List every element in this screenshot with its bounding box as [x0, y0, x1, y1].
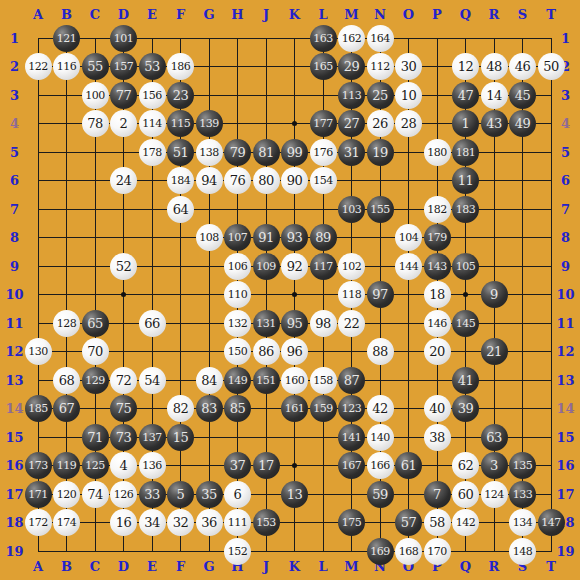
black-stone-L9: 117 — [310, 253, 337, 280]
black-stone-M2: 29 — [338, 53, 365, 80]
white-stone-P7: 182 — [424, 196, 451, 223]
white-stone-J6: 80 — [253, 167, 280, 194]
white-stone-L13: 158 — [310, 367, 337, 394]
intersection-P15: 38 — [423, 423, 452, 452]
intersection-F18: 32 — [166, 508, 195, 537]
white-stone-P15: 38 — [424, 424, 451, 451]
black-stone-F15: 15 — [167, 424, 194, 451]
intersection-F5: 51 — [166, 138, 195, 167]
intersection-B2: 116 — [52, 52, 81, 81]
intersection-S4: 49 — [508, 109, 537, 138]
black-stone-D1: 101 — [110, 25, 137, 52]
intersection-J9: 109 — [252, 252, 281, 281]
black-stone-J16: 17 — [253, 452, 280, 479]
intersection-M5: 31 — [337, 138, 366, 167]
black-stone-R12: 21 — [481, 338, 508, 365]
black-stone-F5: 51 — [167, 139, 194, 166]
intersection-L8: 89 — [309, 223, 338, 252]
white-stone-M9: 102 — [338, 253, 365, 280]
intersection-M15: 141 — [337, 423, 366, 452]
intersection-P18: 58 — [423, 508, 452, 537]
white-stone-G6: 94 — [196, 167, 223, 194]
intersection-L14: 159 — [309, 394, 338, 423]
white-stone-A12: 130 — [25, 338, 52, 365]
white-stone-F6: 184 — [167, 167, 194, 194]
black-stone-G17: 35 — [196, 481, 223, 508]
intersection-O8: 104 — [394, 223, 423, 252]
black-stone-J18: 153 — [253, 509, 280, 536]
intersection-M4: 27 — [337, 109, 366, 138]
intersection-M11: 22 — [337, 309, 366, 338]
intersection-Q14: 39 — [451, 394, 480, 423]
black-stone-D2: 157 — [110, 53, 137, 80]
black-stone-Q9: 105 — [452, 253, 479, 280]
black-stone-Q5: 181 — [452, 139, 479, 166]
intersection-B11: 128 — [52, 309, 81, 338]
intersection-H8: 107 — [223, 223, 252, 252]
black-stone-J13: 151 — [253, 367, 280, 394]
intersection-F2: 186 — [166, 52, 195, 81]
intersection-F6: 184 — [166, 166, 195, 195]
white-stone-D18: 16 — [110, 509, 137, 536]
white-stone-J12: 86 — [253, 338, 280, 365]
intersection-C15: 71 — [81, 423, 110, 452]
intersection-N3: 25 — [366, 81, 395, 110]
black-stone-E17: 33 — [139, 481, 166, 508]
black-stone-H14: 85 — [224, 395, 251, 422]
intersection-E3: 156 — [138, 81, 167, 110]
white-stone-Q16: 62 — [452, 452, 479, 479]
intersection-G13: 84 — [195, 366, 224, 395]
stones-layer: 1211011631621641221165515753186165291123… — [24, 24, 566, 566]
intersection-O18: 57 — [394, 508, 423, 537]
intersection-P8: 179 — [423, 223, 452, 252]
intersection-C12: 70 — [81, 337, 110, 366]
intersection-M14: 123 — [337, 394, 366, 423]
black-stone-S4: 49 — [509, 110, 536, 137]
white-stone-M1: 162 — [338, 25, 365, 52]
white-stone-G8: 108 — [196, 224, 223, 251]
intersection-G5: 138 — [195, 138, 224, 167]
black-stone-J8: 91 — [253, 224, 280, 251]
black-stone-G14: 83 — [196, 395, 223, 422]
intersection-T2: 50 — [537, 52, 566, 81]
white-stone-E13: 54 — [139, 367, 166, 394]
black-stone-H8: 107 — [224, 224, 251, 251]
intersection-Q11: 145 — [451, 309, 480, 338]
white-stone-D16: 4 — [110, 452, 137, 479]
black-stone-D14: 75 — [110, 395, 137, 422]
intersection-A2: 122 — [24, 52, 53, 81]
black-stone-L4: 177 — [310, 110, 337, 137]
intersection-S19: 148 — [508, 537, 537, 566]
black-stone-C11: 65 — [82, 310, 109, 337]
white-stone-H6: 76 — [224, 167, 251, 194]
black-stone-M18: 175 — [338, 509, 365, 536]
white-stone-G18: 36 — [196, 509, 223, 536]
intersection-Q9: 105 — [451, 252, 480, 281]
white-stone-E16: 136 — [139, 452, 166, 479]
intersection-D16: 4 — [109, 451, 138, 480]
white-stone-N2: 112 — [367, 53, 394, 80]
intersection-N12: 88 — [366, 337, 395, 366]
black-stone-M14: 123 — [338, 395, 365, 422]
intersection-L2: 165 — [309, 52, 338, 81]
black-stone-D3: 77 — [110, 82, 137, 109]
black-stone-P9: 143 — [424, 253, 451, 280]
intersection-Q16: 62 — [451, 451, 480, 480]
intersection-K17: 13 — [280, 480, 309, 509]
intersection-K12: 96 — [280, 337, 309, 366]
intersection-Q3: 47 — [451, 81, 480, 110]
go-board[interactable]: ABCDEFGHJKLMNOPQRST ABCDEFGHJKLMNOPQRST … — [0, 0, 580, 580]
white-stone-K9: 92 — [281, 253, 308, 280]
intersection-M13: 87 — [337, 366, 366, 395]
intersection-P14: 40 — [423, 394, 452, 423]
intersection-C4: 78 — [81, 109, 110, 138]
white-stone-F2: 186 — [167, 53, 194, 80]
intersection-C11: 65 — [81, 309, 110, 338]
intersection-N1: 164 — [366, 24, 395, 53]
intersection-M10: 118 — [337, 280, 366, 309]
intersection-D14: 75 — [109, 394, 138, 423]
intersection-O4: 28 — [394, 109, 423, 138]
intersection-H18: 111 — [223, 508, 252, 537]
intersection-A16: 173 — [24, 451, 53, 480]
intersection-C17: 74 — [81, 480, 110, 509]
intersection-C3: 100 — [81, 81, 110, 110]
intersection-J13: 151 — [252, 366, 281, 395]
black-stone-K8: 93 — [281, 224, 308, 251]
intersection-E4: 114 — [138, 109, 167, 138]
black-stone-H13: 149 — [224, 367, 251, 394]
white-stone-P5: 180 — [424, 139, 451, 166]
intersection-A14: 185 — [24, 394, 53, 423]
black-stone-A14: 185 — [25, 395, 52, 422]
intersection-H9: 106 — [223, 252, 252, 281]
intersection-Q2: 12 — [451, 52, 480, 81]
white-stone-D9: 52 — [110, 253, 137, 280]
intersection-R10: 9 — [480, 280, 509, 309]
intersection-L9: 117 — [309, 252, 338, 281]
black-stone-M4: 27 — [338, 110, 365, 137]
intersection-O3: 10 — [394, 81, 423, 110]
intersection-B1: 121 — [52, 24, 81, 53]
black-stone-P17: 7 — [424, 481, 451, 508]
white-stone-Q2: 12 — [452, 53, 479, 80]
black-stone-R10: 9 — [481, 281, 508, 308]
black-stone-N19: 169 — [367, 538, 394, 565]
white-stone-K6: 90 — [281, 167, 308, 194]
black-stone-C15: 71 — [82, 424, 109, 451]
intersection-B18: 174 — [52, 508, 81, 537]
intersection-R16: 3 — [480, 451, 509, 480]
intersection-M3: 113 — [337, 81, 366, 110]
white-stone-C17: 74 — [82, 481, 109, 508]
intersection-H19: 152 — [223, 537, 252, 566]
intersection-R17: 124 — [480, 480, 509, 509]
black-stone-K17: 13 — [281, 481, 308, 508]
intersection-K8: 93 — [280, 223, 309, 252]
black-stone-F3: 23 — [167, 82, 194, 109]
intersection-F7: 64 — [166, 195, 195, 224]
intersection-D2: 157 — [109, 52, 138, 81]
intersection-J16: 17 — [252, 451, 281, 480]
intersection-H6: 76 — [223, 166, 252, 195]
intersection-J5: 81 — [252, 138, 281, 167]
intersection-N19: 169 — [366, 537, 395, 566]
intersection-B16: 119 — [52, 451, 81, 480]
white-stone-L5: 176 — [310, 139, 337, 166]
intersection-M9: 102 — [337, 252, 366, 281]
white-stone-H18: 111 — [224, 509, 251, 536]
intersection-G18: 36 — [195, 508, 224, 537]
intersection-D17: 126 — [109, 480, 138, 509]
black-stone-N3: 25 — [367, 82, 394, 109]
white-stone-L11: 98 — [310, 310, 337, 337]
black-stone-E15: 137 — [139, 424, 166, 451]
intersection-E2: 53 — [138, 52, 167, 81]
intersection-F17: 5 — [166, 480, 195, 509]
black-stone-Q13: 41 — [452, 367, 479, 394]
black-stone-S17: 133 — [509, 481, 536, 508]
white-stone-N4: 26 — [367, 110, 394, 137]
white-stone-P14: 40 — [424, 395, 451, 422]
intersection-N5: 19 — [366, 138, 395, 167]
white-stone-B13: 68 — [53, 367, 80, 394]
intersection-D6: 24 — [109, 166, 138, 195]
intersection-L5: 176 — [309, 138, 338, 167]
intersection-A17: 171 — [24, 480, 53, 509]
black-stone-J9: 109 — [253, 253, 280, 280]
black-stone-K11: 95 — [281, 310, 308, 337]
intersection-L4: 177 — [309, 109, 338, 138]
white-stone-P12: 20 — [424, 338, 451, 365]
white-stone-N15: 140 — [367, 424, 394, 451]
white-stone-O19: 168 — [395, 538, 422, 565]
intersection-J18: 153 — [252, 508, 281, 537]
white-stone-P11: 146 — [424, 310, 451, 337]
intersection-N15: 140 — [366, 423, 395, 452]
intersection-Q4: 1 — [451, 109, 480, 138]
intersection-A12: 130 — [24, 337, 53, 366]
intersection-H17: 6 — [223, 480, 252, 509]
black-stone-M16: 167 — [338, 452, 365, 479]
intersection-E16: 136 — [138, 451, 167, 480]
white-stone-S19: 148 — [509, 538, 536, 565]
intersection-R12: 21 — [480, 337, 509, 366]
intersection-K11: 95 — [280, 309, 309, 338]
intersection-A18: 172 — [24, 508, 53, 537]
intersection-S2: 46 — [508, 52, 537, 81]
intersection-E17: 33 — [138, 480, 167, 509]
intersection-O19: 168 — [394, 537, 423, 566]
intersection-L11: 98 — [309, 309, 338, 338]
black-stone-S16: 135 — [509, 452, 536, 479]
black-stone-F4: 115 — [167, 110, 194, 137]
intersection-D15: 73 — [109, 423, 138, 452]
black-stone-C2: 55 — [82, 53, 109, 80]
white-stone-F14: 82 — [167, 395, 194, 422]
black-stone-J11: 131 — [253, 310, 280, 337]
black-stone-B16: 119 — [53, 452, 80, 479]
white-stone-R17: 124 — [481, 481, 508, 508]
intersection-J11: 131 — [252, 309, 281, 338]
intersection-P10: 18 — [423, 280, 452, 309]
black-stone-R15: 63 — [481, 424, 508, 451]
intersection-R3: 14 — [480, 81, 509, 110]
black-stone-S3: 45 — [509, 82, 536, 109]
white-stone-H12: 150 — [224, 338, 251, 365]
white-stone-C3: 100 — [82, 82, 109, 109]
black-stone-K5: 99 — [281, 139, 308, 166]
intersection-B14: 67 — [52, 394, 81, 423]
intersection-S17: 133 — [508, 480, 537, 509]
white-stone-D13: 72 — [110, 367, 137, 394]
white-stone-H11: 132 — [224, 310, 251, 337]
black-stone-O18: 57 — [395, 509, 422, 536]
intersection-H16: 37 — [223, 451, 252, 480]
intersection-E13: 54 — [138, 366, 167, 395]
intersection-P9: 143 — [423, 252, 452, 281]
white-stone-D6: 24 — [110, 167, 137, 194]
black-stone-A16: 173 — [25, 452, 52, 479]
intersection-B13: 68 — [52, 366, 81, 395]
intersection-P19: 170 — [423, 537, 452, 566]
white-stone-P10: 18 — [424, 281, 451, 308]
intersection-P17: 7 — [423, 480, 452, 509]
intersection-S3: 45 — [508, 81, 537, 110]
intersection-D18: 16 — [109, 508, 138, 537]
black-stone-C16: 125 — [82, 452, 109, 479]
intersection-N17: 59 — [366, 480, 395, 509]
intersection-L1: 163 — [309, 24, 338, 53]
intersection-N16: 166 — [366, 451, 395, 480]
intersection-O9: 144 — [394, 252, 423, 281]
white-stone-Q17: 60 — [452, 481, 479, 508]
black-stone-J5: 81 — [253, 139, 280, 166]
intersection-D9: 52 — [109, 252, 138, 281]
white-stone-Q18: 142 — [452, 509, 479, 536]
white-stone-H17: 6 — [224, 481, 251, 508]
intersection-J6: 80 — [252, 166, 281, 195]
black-stone-M7: 103 — [338, 196, 365, 223]
black-stone-R4: 43 — [481, 110, 508, 137]
intersection-N10: 97 — [366, 280, 395, 309]
intersection-M16: 167 — [337, 451, 366, 480]
intersection-K9: 92 — [280, 252, 309, 281]
black-stone-F17: 5 — [167, 481, 194, 508]
white-stone-L6: 154 — [310, 167, 337, 194]
white-stone-R3: 14 — [481, 82, 508, 109]
intersection-D4: 2 — [109, 109, 138, 138]
white-stone-E18: 34 — [139, 509, 166, 536]
white-stone-T2: 50 — [538, 53, 565, 80]
intersection-N2: 112 — [366, 52, 395, 81]
black-stone-N7: 155 — [367, 196, 394, 223]
intersection-L6: 154 — [309, 166, 338, 195]
white-stone-N1: 164 — [367, 25, 394, 52]
white-stone-M11: 22 — [338, 310, 365, 337]
intersection-H12: 150 — [223, 337, 252, 366]
intersection-E11: 66 — [138, 309, 167, 338]
black-stone-L1: 163 — [310, 25, 337, 52]
intersection-L13: 158 — [309, 366, 338, 395]
black-stone-N17: 59 — [367, 481, 394, 508]
intersection-H5: 79 — [223, 138, 252, 167]
intersection-E15: 137 — [138, 423, 167, 452]
white-stone-C12: 70 — [82, 338, 109, 365]
intersection-M7: 103 — [337, 195, 366, 224]
black-stone-E2: 53 — [139, 53, 166, 80]
white-stone-E3: 156 — [139, 82, 166, 109]
intersection-Q5: 181 — [451, 138, 480, 167]
white-stone-O2: 30 — [395, 53, 422, 80]
white-stone-D17: 126 — [110, 481, 137, 508]
white-stone-N12: 88 — [367, 338, 394, 365]
intersection-Q13: 41 — [451, 366, 480, 395]
white-stone-R2: 48 — [481, 53, 508, 80]
black-stone-T18: 147 — [538, 509, 565, 536]
intersection-H14: 85 — [223, 394, 252, 423]
black-stone-Q7: 183 — [452, 196, 479, 223]
black-stone-Q14: 39 — [452, 395, 479, 422]
white-stone-E5: 178 — [139, 139, 166, 166]
black-stone-M3: 113 — [338, 82, 365, 109]
black-stone-Q3: 47 — [452, 82, 479, 109]
black-stone-G4: 139 — [196, 110, 223, 137]
black-stone-M13: 87 — [338, 367, 365, 394]
white-stone-A18: 172 — [25, 509, 52, 536]
intersection-G8: 108 — [195, 223, 224, 252]
black-stone-N5: 19 — [367, 139, 394, 166]
intersection-M1: 162 — [337, 24, 366, 53]
intersection-C2: 55 — [81, 52, 110, 81]
black-stone-P8: 179 — [424, 224, 451, 251]
white-stone-G5: 138 — [196, 139, 223, 166]
intersection-J8: 91 — [252, 223, 281, 252]
white-stone-P18: 58 — [424, 509, 451, 536]
white-stone-C4: 78 — [82, 110, 109, 137]
intersection-G17: 35 — [195, 480, 224, 509]
white-stone-B2: 116 — [53, 53, 80, 80]
white-stone-K13: 160 — [281, 367, 308, 394]
black-stone-L14: 159 — [310, 395, 337, 422]
intersection-D13: 72 — [109, 366, 138, 395]
intersection-P7: 182 — [423, 195, 452, 224]
intersection-G4: 139 — [195, 109, 224, 138]
intersection-R4: 43 — [480, 109, 509, 138]
intersection-S16: 135 — [508, 451, 537, 480]
white-stone-O8: 104 — [395, 224, 422, 251]
white-stone-O9: 144 — [395, 253, 422, 280]
intersection-H13: 149 — [223, 366, 252, 395]
intersection-B17: 120 — [52, 480, 81, 509]
black-stone-H5: 79 — [224, 139, 251, 166]
white-stone-E4: 114 — [139, 110, 166, 137]
intersection-E5: 178 — [138, 138, 167, 167]
black-stone-R16: 3 — [481, 452, 508, 479]
white-stone-E11: 66 — [139, 310, 166, 337]
intersection-T18: 147 — [537, 508, 566, 537]
intersection-D3: 77 — [109, 81, 138, 110]
white-stone-H10: 110 — [224, 281, 251, 308]
intersection-M2: 29 — [337, 52, 366, 81]
intersection-G6: 94 — [195, 166, 224, 195]
white-stone-F7: 64 — [167, 196, 194, 223]
white-stone-O4: 28 — [395, 110, 422, 137]
white-stone-N14: 42 — [367, 395, 394, 422]
